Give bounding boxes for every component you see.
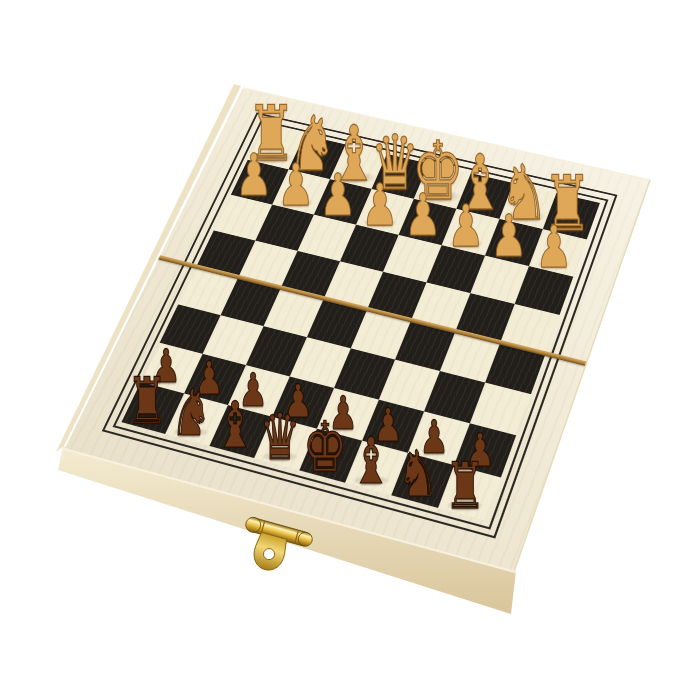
- box-edges-and-clasp: [0, 0, 700, 700]
- clasp-tab: [250, 532, 288, 574]
- box-front-edge-highlight: [64, 449, 515, 572]
- brass-clasp: [235, 516, 314, 580]
- box-right-edge: [514, 180, 650, 572]
- product-photo-stage: ♜♞♝♛♚♝♞♜♟♟♟♟♟♟♟♟♟♟♟♟♟♟♟♟♜♞♝♛♚♝♞♜: [0, 0, 700, 700]
- box-top-edge: [243, 88, 650, 180]
